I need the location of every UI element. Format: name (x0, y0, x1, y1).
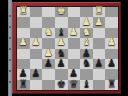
board-frame: ♜♚♜♟♟♞♝♟♞♟♟♟♝♟♟♞♟♟♟♞♟♟♟♟♟♜♚♛♝♜ (12, 2, 121, 94)
square-f7[interactable] (42, 69, 55, 79)
square-d5[interactable] (68, 49, 81, 59)
black-bishop-c8[interactable]: ♝ (80, 79, 93, 89)
square-a2[interactable] (105, 17, 118, 27)
square-c6[interactable]: ♞ (80, 59, 93, 69)
square-h4[interactable]: ♟ (17, 38, 30, 48)
square-d8[interactable]: ♛ (68, 80, 81, 90)
black-pawn-e6[interactable]: ♟ (55, 58, 68, 68)
black-king-e8[interactable]: ♚ (55, 79, 68, 89)
square-g8[interactable] (30, 80, 43, 90)
white-pawn-h4[interactable]: ♟ (17, 37, 30, 47)
chess-board: ♜♚♜♟♟♞♝♟♞♟♟♟♝♟♟♞♟♟♟♞♟♟♟♟♟♜♚♛♝♜ (17, 7, 118, 90)
white-pawn-a4[interactable]: ♟ (105, 37, 118, 47)
white-pawn-d3[interactable]: ♟ (68, 27, 81, 37)
square-e1[interactable]: ♚ (55, 7, 68, 17)
white-pawn-e4[interactable]: ♟ (55, 37, 68, 47)
square-b8[interactable] (93, 80, 106, 90)
square-f3[interactable]: ♞ (42, 28, 55, 38)
app-background: ♜♚♜♟♟♞♝♟♞♟♟♟♝♟♟♞♟♟♟♞♟♟♟♟♟♜♚♛♝♜ (0, 0, 128, 96)
square-b6[interactable]: ♟ (93, 59, 106, 69)
black-pawn-g7[interactable]: ♟ (30, 68, 43, 78)
square-e8[interactable]: ♚ (55, 80, 68, 90)
square-a4[interactable]: ♟ (105, 38, 118, 48)
square-a8[interactable]: ♜ (105, 80, 118, 90)
black-pawn-a6[interactable]: ♟ (105, 58, 118, 68)
square-g1[interactable] (30, 7, 43, 17)
black-queen-d8[interactable]: ♛ (68, 79, 81, 89)
black-knight-c6[interactable]: ♞ (80, 58, 93, 68)
square-b7[interactable] (93, 69, 106, 79)
square-d4[interactable] (68, 38, 81, 48)
square-d3[interactable]: ♟ (68, 28, 81, 38)
black-rook-a8[interactable]: ♜ (105, 79, 118, 89)
square-f8[interactable] (42, 80, 55, 90)
square-a6[interactable]: ♟ (105, 59, 118, 69)
square-h2[interactable] (17, 17, 30, 27)
square-h1[interactable]: ♜ (17, 7, 30, 17)
white-rook-h1[interactable]: ♜ (17, 6, 30, 16)
square-f6[interactable]: ♟ (42, 59, 55, 69)
black-rook-h8[interactable]: ♜ (17, 79, 30, 89)
square-g7[interactable]: ♟ (30, 69, 43, 79)
square-d1[interactable] (68, 7, 81, 17)
white-knight-f3[interactable]: ♞ (42, 27, 55, 37)
square-a1[interactable] (105, 7, 118, 17)
white-pawn-g4[interactable]: ♟ (30, 37, 43, 47)
square-b3[interactable] (93, 28, 106, 38)
square-c8[interactable]: ♝ (80, 80, 93, 90)
black-pawn-b6[interactable]: ♟ (93, 58, 106, 68)
white-rook-b1[interactable]: ♜ (93, 6, 106, 16)
square-h8[interactable]: ♜ (17, 80, 30, 90)
square-g4[interactable]: ♟ (30, 38, 43, 48)
square-g2[interactable] (30, 17, 43, 27)
black-pawn-f6[interactable]: ♟ (42, 58, 55, 68)
square-b4[interactable] (93, 38, 106, 48)
square-e6[interactable]: ♟ (55, 59, 68, 69)
white-bishop-c4[interactable]: ♝ (80, 37, 93, 47)
square-g5[interactable] (30, 49, 43, 59)
white-pawn-b2[interactable]: ♟ (93, 16, 106, 26)
square-b2[interactable]: ♟ (93, 17, 106, 27)
square-h5[interactable] (17, 49, 30, 59)
white-king-e1[interactable]: ♚ (55, 6, 68, 16)
square-f1[interactable] (42, 7, 55, 17)
